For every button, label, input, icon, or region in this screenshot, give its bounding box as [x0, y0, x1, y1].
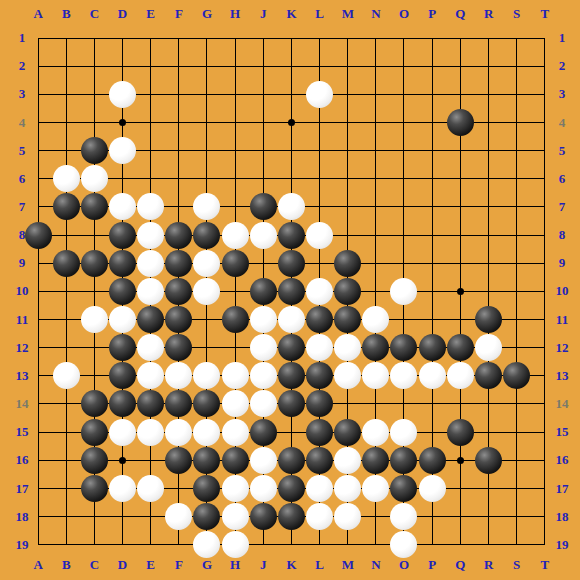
intersection-J13[interactable] — [249, 362, 277, 390]
intersection-A11[interactable] — [24, 305, 52, 333]
intersection-Q11[interactable] — [446, 305, 474, 333]
intersection-T18[interactable] — [531, 502, 559, 530]
intersection-R11[interactable] — [474, 305, 502, 333]
intersection-T15[interactable] — [531, 418, 559, 446]
intersection-E19[interactable] — [137, 531, 165, 559]
intersection-J5[interactable] — [249, 137, 277, 165]
intersection-H3[interactable] — [221, 80, 249, 108]
intersection-Q17[interactable] — [446, 474, 474, 502]
intersection-N2[interactable] — [362, 52, 390, 80]
intersection-M1[interactable] — [334, 24, 362, 52]
intersection-E2[interactable] — [137, 52, 165, 80]
intersection-F17[interactable] — [165, 474, 193, 502]
intersection-R6[interactable] — [474, 165, 502, 193]
intersection-O17[interactable] — [390, 474, 418, 502]
intersection-J7[interactable] — [249, 193, 277, 221]
intersection-G17[interactable] — [193, 474, 221, 502]
intersection-A15[interactable] — [24, 418, 52, 446]
intersection-C17[interactable] — [80, 474, 108, 502]
intersection-C11[interactable] — [80, 305, 108, 333]
intersection-L7[interactable] — [305, 193, 333, 221]
intersection-T6[interactable] — [531, 165, 559, 193]
intersection-R8[interactable] — [474, 221, 502, 249]
intersection-E8[interactable] — [137, 221, 165, 249]
intersection-N1[interactable] — [362, 24, 390, 52]
intersection-K1[interactable] — [277, 24, 305, 52]
intersection-A12[interactable] — [24, 334, 52, 362]
intersection-G12[interactable] — [193, 334, 221, 362]
intersection-N3[interactable] — [362, 80, 390, 108]
intersection-S5[interactable] — [502, 137, 530, 165]
intersection-B1[interactable] — [52, 24, 80, 52]
intersection-E6[interactable] — [137, 165, 165, 193]
intersection-O1[interactable] — [390, 24, 418, 52]
intersection-G9[interactable] — [193, 249, 221, 277]
intersection-G19[interactable] — [193, 531, 221, 559]
intersection-O12[interactable] — [390, 334, 418, 362]
intersection-S9[interactable] — [502, 249, 530, 277]
intersection-C16[interactable] — [80, 446, 108, 474]
intersection-L16[interactable] — [305, 446, 333, 474]
intersection-K10[interactable] — [277, 277, 305, 305]
intersection-Q9[interactable] — [446, 249, 474, 277]
intersection-R12[interactable] — [474, 334, 502, 362]
intersection-P4[interactable] — [418, 108, 446, 136]
intersection-H6[interactable] — [221, 165, 249, 193]
intersection-R4[interactable] — [474, 108, 502, 136]
intersection-S1[interactable] — [502, 24, 530, 52]
intersection-G13[interactable] — [193, 362, 221, 390]
intersection-F6[interactable] — [165, 165, 193, 193]
intersection-B8[interactable] — [52, 221, 80, 249]
intersection-M9[interactable] — [334, 249, 362, 277]
intersection-T3[interactable] — [531, 80, 559, 108]
intersection-R13[interactable] — [474, 362, 502, 390]
intersection-R10[interactable] — [474, 277, 502, 305]
intersection-F14[interactable] — [165, 390, 193, 418]
intersection-L4[interactable] — [305, 108, 333, 136]
intersection-R16[interactable] — [474, 446, 502, 474]
intersection-B13[interactable] — [52, 362, 80, 390]
intersection-D15[interactable] — [108, 418, 136, 446]
intersection-D13[interactable] — [108, 362, 136, 390]
intersection-M14[interactable] — [334, 390, 362, 418]
intersection-C2[interactable] — [80, 52, 108, 80]
intersection-R15[interactable] — [474, 418, 502, 446]
intersection-P15[interactable] — [418, 418, 446, 446]
intersection-E5[interactable] — [137, 137, 165, 165]
intersection-G11[interactable] — [193, 305, 221, 333]
intersection-A10[interactable] — [24, 277, 52, 305]
intersection-G6[interactable] — [193, 165, 221, 193]
intersection-B12[interactable] — [52, 334, 80, 362]
intersection-M7[interactable] — [334, 193, 362, 221]
intersection-H17[interactable] — [221, 474, 249, 502]
intersection-F15[interactable] — [165, 418, 193, 446]
intersection-E12[interactable] — [137, 334, 165, 362]
intersection-B7[interactable] — [52, 193, 80, 221]
intersection-C19[interactable] — [80, 531, 108, 559]
intersection-Q10[interactable] — [446, 277, 474, 305]
intersection-N8[interactable] — [362, 221, 390, 249]
intersection-P2[interactable] — [418, 52, 446, 80]
intersection-H7[interactable] — [221, 193, 249, 221]
intersection-N15[interactable] — [362, 418, 390, 446]
intersection-O6[interactable] — [390, 165, 418, 193]
intersection-O8[interactable] — [390, 221, 418, 249]
intersection-J17[interactable] — [249, 474, 277, 502]
intersection-T4[interactable] — [531, 108, 559, 136]
intersection-D7[interactable] — [108, 193, 136, 221]
intersection-S2[interactable] — [502, 52, 530, 80]
intersection-C18[interactable] — [80, 502, 108, 530]
intersection-T14[interactable] — [531, 390, 559, 418]
intersection-B4[interactable] — [52, 108, 80, 136]
intersection-G14[interactable] — [193, 390, 221, 418]
intersection-E3[interactable] — [137, 80, 165, 108]
intersection-A9[interactable] — [24, 249, 52, 277]
intersection-J4[interactable] — [249, 108, 277, 136]
intersection-Q5[interactable] — [446, 137, 474, 165]
intersection-O3[interactable] — [390, 80, 418, 108]
intersection-H2[interactable] — [221, 52, 249, 80]
intersection-D8[interactable] — [108, 221, 136, 249]
intersection-G15[interactable] — [193, 418, 221, 446]
intersection-H16[interactable] — [221, 446, 249, 474]
intersection-G10[interactable] — [193, 277, 221, 305]
intersection-C5[interactable] — [80, 137, 108, 165]
intersection-Q13[interactable] — [446, 362, 474, 390]
intersection-F13[interactable] — [165, 362, 193, 390]
intersection-H4[interactable] — [221, 108, 249, 136]
intersection-Q4[interactable] — [446, 108, 474, 136]
intersection-K16[interactable] — [277, 446, 305, 474]
intersection-D6[interactable] — [108, 165, 136, 193]
intersection-F4[interactable] — [165, 108, 193, 136]
intersection-O19[interactable] — [390, 531, 418, 559]
intersection-Q6[interactable] — [446, 165, 474, 193]
intersection-R17[interactable] — [474, 474, 502, 502]
intersection-P8[interactable] — [418, 221, 446, 249]
intersection-F9[interactable] — [165, 249, 193, 277]
intersection-K17[interactable] — [277, 474, 305, 502]
intersection-F5[interactable] — [165, 137, 193, 165]
intersection-N9[interactable] — [362, 249, 390, 277]
intersection-L5[interactable] — [305, 137, 333, 165]
intersection-J14[interactable] — [249, 390, 277, 418]
intersection-S15[interactable] — [502, 418, 530, 446]
intersection-G1[interactable] — [193, 24, 221, 52]
intersection-L3[interactable] — [305, 80, 333, 108]
intersection-M12[interactable] — [334, 334, 362, 362]
intersection-T8[interactable] — [531, 221, 559, 249]
intersection-A6[interactable] — [24, 165, 52, 193]
intersection-E9[interactable] — [137, 249, 165, 277]
intersection-T17[interactable] — [531, 474, 559, 502]
intersection-H18[interactable] — [221, 502, 249, 530]
intersection-D2[interactable] — [108, 52, 136, 80]
intersection-H19[interactable] — [221, 531, 249, 559]
intersection-Q2[interactable] — [446, 52, 474, 80]
intersection-D12[interactable] — [108, 334, 136, 362]
intersection-A17[interactable] — [24, 474, 52, 502]
intersection-R2[interactable] — [474, 52, 502, 80]
intersection-T10[interactable] — [531, 277, 559, 305]
intersection-M10[interactable] — [334, 277, 362, 305]
intersection-R18[interactable] — [474, 502, 502, 530]
intersection-L12[interactable] — [305, 334, 333, 362]
intersection-E14[interactable] — [137, 390, 165, 418]
intersection-P17[interactable] — [418, 474, 446, 502]
intersection-M17[interactable] — [334, 474, 362, 502]
intersection-A16[interactable] — [24, 446, 52, 474]
intersection-L6[interactable] — [305, 165, 333, 193]
intersection-K2[interactable] — [277, 52, 305, 80]
intersection-A3[interactable] — [24, 80, 52, 108]
intersection-T5[interactable] — [531, 137, 559, 165]
intersection-K18[interactable] — [277, 502, 305, 530]
intersection-K3[interactable] — [277, 80, 305, 108]
intersection-S14[interactable] — [502, 390, 530, 418]
intersection-B11[interactable] — [52, 305, 80, 333]
intersection-H9[interactable] — [221, 249, 249, 277]
intersection-B2[interactable] — [52, 52, 80, 80]
intersection-T11[interactable] — [531, 305, 559, 333]
intersection-K6[interactable] — [277, 165, 305, 193]
intersection-G7[interactable] — [193, 193, 221, 221]
intersection-M2[interactable] — [334, 52, 362, 80]
intersection-D3[interactable] — [108, 80, 136, 108]
intersection-P10[interactable] — [418, 277, 446, 305]
intersection-L8[interactable] — [305, 221, 333, 249]
intersection-M15[interactable] — [334, 418, 362, 446]
intersection-K15[interactable] — [277, 418, 305, 446]
intersection-J3[interactable] — [249, 80, 277, 108]
intersection-S7[interactable] — [502, 193, 530, 221]
intersection-Q12[interactable] — [446, 334, 474, 362]
intersection-E18[interactable] — [137, 502, 165, 530]
intersection-T12[interactable] — [531, 334, 559, 362]
intersection-N5[interactable] — [362, 137, 390, 165]
intersection-P6[interactable] — [418, 165, 446, 193]
intersection-N4[interactable] — [362, 108, 390, 136]
intersection-F11[interactable] — [165, 305, 193, 333]
intersection-B16[interactable] — [52, 446, 80, 474]
intersection-J9[interactable] — [249, 249, 277, 277]
intersection-J1[interactable] — [249, 24, 277, 52]
intersection-L15[interactable] — [305, 418, 333, 446]
intersection-O10[interactable] — [390, 277, 418, 305]
intersection-T16[interactable] — [531, 446, 559, 474]
intersection-Q15[interactable] — [446, 418, 474, 446]
intersection-R9[interactable] — [474, 249, 502, 277]
intersection-E11[interactable] — [137, 305, 165, 333]
intersection-J6[interactable] — [249, 165, 277, 193]
intersection-C12[interactable] — [80, 334, 108, 362]
intersection-A5[interactable] — [24, 137, 52, 165]
intersection-B5[interactable] — [52, 137, 80, 165]
intersection-F2[interactable] — [165, 52, 193, 80]
intersection-D4[interactable] — [108, 108, 136, 136]
intersection-K7[interactable] — [277, 193, 305, 221]
intersection-S18[interactable] — [502, 502, 530, 530]
intersection-O5[interactable] — [390, 137, 418, 165]
intersection-C3[interactable] — [80, 80, 108, 108]
intersection-R5[interactable] — [474, 137, 502, 165]
intersection-C10[interactable] — [80, 277, 108, 305]
intersection-K12[interactable] — [277, 334, 305, 362]
intersection-B14[interactable] — [52, 390, 80, 418]
intersection-R14[interactable] — [474, 390, 502, 418]
intersection-G2[interactable] — [193, 52, 221, 80]
intersection-K4[interactable] — [277, 108, 305, 136]
intersection-J2[interactable] — [249, 52, 277, 80]
intersection-L10[interactable] — [305, 277, 333, 305]
intersection-E13[interactable] — [137, 362, 165, 390]
intersection-K9[interactable] — [277, 249, 305, 277]
intersection-O11[interactable] — [390, 305, 418, 333]
intersection-B10[interactable] — [52, 277, 80, 305]
intersection-M18[interactable] — [334, 502, 362, 530]
intersection-N12[interactable] — [362, 334, 390, 362]
intersection-P13[interactable] — [418, 362, 446, 390]
intersection-D11[interactable] — [108, 305, 136, 333]
intersection-C14[interactable] — [80, 390, 108, 418]
intersection-Q16[interactable] — [446, 446, 474, 474]
intersection-H5[interactable] — [221, 137, 249, 165]
intersection-C15[interactable] — [80, 418, 108, 446]
intersection-N14[interactable] — [362, 390, 390, 418]
intersection-G3[interactable] — [193, 80, 221, 108]
intersection-M16[interactable] — [334, 446, 362, 474]
intersection-C4[interactable] — [80, 108, 108, 136]
intersection-D16[interactable] — [108, 446, 136, 474]
intersection-H12[interactable] — [221, 334, 249, 362]
intersection-T19[interactable] — [531, 531, 559, 559]
intersection-E10[interactable] — [137, 277, 165, 305]
intersection-L9[interactable] — [305, 249, 333, 277]
intersection-L1[interactable] — [305, 24, 333, 52]
intersection-K14[interactable] — [277, 390, 305, 418]
intersection-N11[interactable] — [362, 305, 390, 333]
intersection-S12[interactable] — [502, 334, 530, 362]
intersection-E4[interactable] — [137, 108, 165, 136]
intersection-C13[interactable] — [80, 362, 108, 390]
intersection-E7[interactable] — [137, 193, 165, 221]
intersection-J12[interactable] — [249, 334, 277, 362]
intersection-P18[interactable] — [418, 502, 446, 530]
intersection-A18[interactable] — [24, 502, 52, 530]
intersection-M13[interactable] — [334, 362, 362, 390]
intersection-P3[interactable] — [418, 80, 446, 108]
intersection-F18[interactable] — [165, 502, 193, 530]
intersection-B6[interactable] — [52, 165, 80, 193]
intersection-J19[interactable] — [249, 531, 277, 559]
intersection-A19[interactable] — [24, 531, 52, 559]
intersection-E15[interactable] — [137, 418, 165, 446]
intersection-O18[interactable] — [390, 502, 418, 530]
intersection-K8[interactable] — [277, 221, 305, 249]
intersection-G8[interactable] — [193, 221, 221, 249]
intersection-S10[interactable] — [502, 277, 530, 305]
intersection-Q8[interactable] — [446, 221, 474, 249]
intersection-J15[interactable] — [249, 418, 277, 446]
intersection-O16[interactable] — [390, 446, 418, 474]
intersection-T13[interactable] — [531, 362, 559, 390]
intersection-H13[interactable] — [221, 362, 249, 390]
intersection-O2[interactable] — [390, 52, 418, 80]
intersection-F19[interactable] — [165, 531, 193, 559]
intersection-Q7[interactable] — [446, 193, 474, 221]
intersection-H15[interactable] — [221, 418, 249, 446]
intersection-Q18[interactable] — [446, 502, 474, 530]
intersection-C7[interactable] — [80, 193, 108, 221]
intersection-F1[interactable] — [165, 24, 193, 52]
intersection-S16[interactable] — [502, 446, 530, 474]
intersection-B15[interactable] — [52, 418, 80, 446]
intersection-D5[interactable] — [108, 137, 136, 165]
intersection-N17[interactable] — [362, 474, 390, 502]
intersection-L19[interactable] — [305, 531, 333, 559]
intersection-M3[interactable] — [334, 80, 362, 108]
intersection-P19[interactable] — [418, 531, 446, 559]
intersection-E1[interactable] — [137, 24, 165, 52]
intersection-Q19[interactable] — [446, 531, 474, 559]
intersection-S3[interactable] — [502, 80, 530, 108]
intersection-G5[interactable] — [193, 137, 221, 165]
intersection-A14[interactable] — [24, 390, 52, 418]
intersection-N10[interactable] — [362, 277, 390, 305]
intersection-E16[interactable] — [137, 446, 165, 474]
intersection-O14[interactable] — [390, 390, 418, 418]
intersection-G16[interactable] — [193, 446, 221, 474]
intersection-L11[interactable] — [305, 305, 333, 333]
intersection-J10[interactable] — [249, 277, 277, 305]
intersection-A13[interactable] — [24, 362, 52, 390]
intersection-M8[interactable] — [334, 221, 362, 249]
intersection-S13[interactable] — [502, 362, 530, 390]
intersection-M11[interactable] — [334, 305, 362, 333]
intersection-Q14[interactable] — [446, 390, 474, 418]
intersection-A8[interactable] — [24, 221, 52, 249]
intersection-R7[interactable] — [474, 193, 502, 221]
intersection-O7[interactable] — [390, 193, 418, 221]
intersection-F10[interactable] — [165, 277, 193, 305]
intersection-L18[interactable] — [305, 502, 333, 530]
intersection-T7[interactable] — [531, 193, 559, 221]
intersection-T2[interactable] — [531, 52, 559, 80]
intersection-S17[interactable] — [502, 474, 530, 502]
intersection-D19[interactable] — [108, 531, 136, 559]
intersection-H14[interactable] — [221, 390, 249, 418]
intersection-S6[interactable] — [502, 165, 530, 193]
intersection-M19[interactable] — [334, 531, 362, 559]
intersection-P14[interactable] — [418, 390, 446, 418]
intersection-G4[interactable] — [193, 108, 221, 136]
intersection-K13[interactable] — [277, 362, 305, 390]
intersection-A1[interactable] — [24, 24, 52, 52]
intersection-K5[interactable] — [277, 137, 305, 165]
intersection-S11[interactable] — [502, 305, 530, 333]
intersection-E17[interactable] — [137, 474, 165, 502]
intersection-N13[interactable] — [362, 362, 390, 390]
intersection-S8[interactable] — [502, 221, 530, 249]
intersection-B9[interactable] — [52, 249, 80, 277]
intersection-D1[interactable] — [108, 24, 136, 52]
intersection-S19[interactable] — [502, 531, 530, 559]
intersection-C6[interactable] — [80, 165, 108, 193]
intersection-A2[interactable] — [24, 52, 52, 80]
